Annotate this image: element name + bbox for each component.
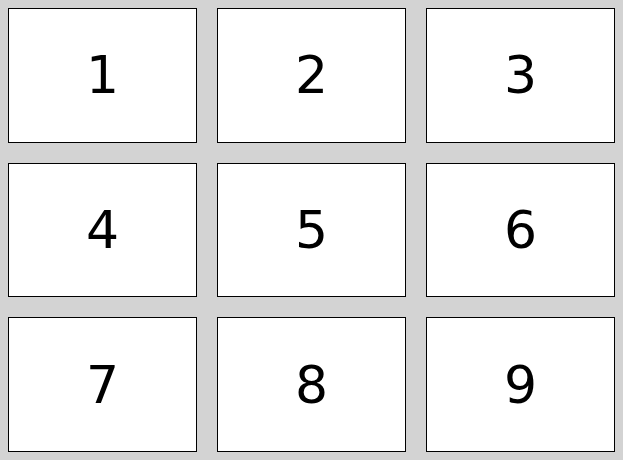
tile-9[interactable]: 9 bbox=[426, 317, 615, 452]
tile-1[interactable]: 1 bbox=[8, 8, 197, 143]
tile-2[interactable]: 2 bbox=[217, 8, 406, 143]
puzzle-board: 1 2 3 4 5 6 7 8 9 bbox=[0, 0, 623, 460]
tile-3[interactable]: 3 bbox=[426, 8, 615, 143]
puzzle-screen: 1 2 3 4 5 6 7 8 9 bbox=[0, 0, 623, 460]
tile-5[interactable]: 5 bbox=[217, 163, 406, 298]
tile-6[interactable]: 6 bbox=[426, 163, 615, 298]
tile-7[interactable]: 7 bbox=[8, 317, 197, 452]
tile-4[interactable]: 4 bbox=[8, 163, 197, 298]
tile-8[interactable]: 8 bbox=[217, 317, 406, 452]
